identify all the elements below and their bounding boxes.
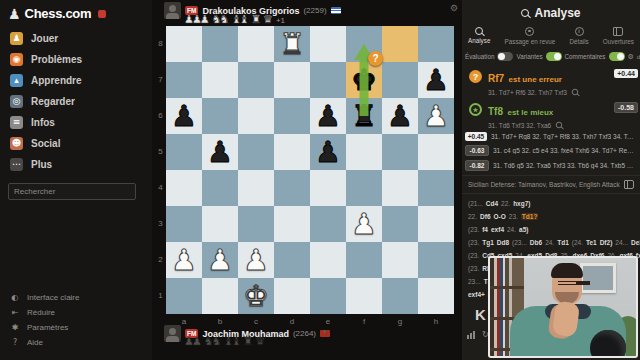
move-row: 22.Df6O-O23.Td1?	[468, 211, 634, 222]
engine-lines: +0.4531. Td7+ Rg8 32. Tg7+ Rf8 33. Txh7 …	[462, 130, 640, 173]
move-token[interactable]: Cd4	[486, 200, 498, 207]
search-icon	[475, 27, 483, 35]
captured-piece: ♟	[200, 15, 208, 25]
apprendre-icon: ▴	[10, 74, 23, 87]
mistake-question-badge: ?	[368, 51, 383, 66]
square-b4[interactable]	[202, 170, 238, 206]
square-g4[interactable]	[382, 170, 418, 206]
sidebar-item-label: Apprendre	[31, 75, 82, 86]
logo-text: Chess.com	[25, 6, 92, 21]
mistake-line: 31. Td7+ Rf6 32. Txh7 Txf3	[488, 89, 567, 96]
captured-piece: ♜	[243, 337, 251, 347]
line-eval-badge: +0.45	[465, 132, 487, 141]
best-move: Tf8	[488, 106, 503, 117]
move-token[interactable]: Te1	[586, 239, 597, 246]
square-e8[interactable]	[310, 26, 346, 62]
white-piece-p: ♟	[418, 98, 454, 134]
captured-piece: ♝	[231, 337, 239, 347]
rank-label: 5	[156, 147, 165, 156]
sidebar-item-apprendre[interactable]: ▴Apprendre	[0, 70, 152, 91]
square-g7[interactable]	[382, 62, 418, 98]
captured-piece: ♟	[184, 337, 192, 347]
best-move-icon: ★	[469, 103, 482, 116]
sidebar: ♟ Chess.com ♟Jouer◉Problèmes▴Apprendre◎R…	[0, 0, 152, 360]
square-d4[interactable]	[274, 170, 310, 206]
best-line: 31. Td6 Txf3 32. Txa6	[488, 122, 551, 129]
footer-item-label: Interface claire	[27, 293, 79, 302]
move-token[interactable]: Tg1	[482, 239, 494, 246]
move-token[interactable]: a5)	[519, 226, 528, 233]
captured-piece: ♛	[255, 337, 263, 347]
square-a6[interactable]: ♟	[166, 98, 202, 134]
captured-piece: ♞	[212, 15, 220, 25]
bar-chart-icon[interactable]	[467, 331, 476, 339]
square-f1[interactable]	[346, 278, 382, 314]
square-f5[interactable]	[346, 134, 382, 170]
square-g5[interactable]	[382, 134, 418, 170]
move-token[interactable]: Td1?	[521, 213, 539, 220]
move-token[interactable]: 23...	[468, 278, 481, 285]
tab-analyse[interactable]: Analyse	[468, 27, 490, 45]
square-h7[interactable]: ♟	[418, 62, 454, 98]
square-a2[interactable]: ♟	[166, 242, 202, 278]
footer-item-aide[interactable]: ?Aide	[0, 335, 152, 350]
assessment-mistake[interactable]: ? Rf7 est une erreur 31. Td7+ Rf6 32. Tx…	[462, 64, 640, 97]
footer-item-reduire[interactable]: ⇤Réduire	[0, 305, 152, 320]
rank-label: 6	[156, 111, 165, 120]
file-label: h	[418, 317, 454, 326]
captured-piece: ♟	[192, 337, 200, 347]
move-row: (23.Tg1Dd8(23...Db624.Td1(24.Te1Df2)24..…	[468, 237, 634, 248]
rank-label: 3	[156, 219, 165, 228]
line-moves: 31. c4 g5 32. c5 e4 33. fxe4 Txh6 34. Td…	[493, 147, 637, 154]
move-token[interactable]: hxg7)	[513, 200, 530, 207]
captured-piece: ♟	[192, 15, 200, 25]
square-b5[interactable]: ♟	[202, 134, 238, 170]
captured-piece: ♟	[184, 15, 192, 25]
move-token[interactable]: (21...	[468, 200, 483, 207]
engine-line[interactable]: -0.8231. Td6 g5 32. Txa6 Txf3 33. Tb6 g4…	[462, 158, 640, 173]
captured-piece: ♜	[251, 15, 259, 25]
move-token[interactable]: (23.	[468, 239, 479, 246]
reduire-icon: ⇤	[10, 308, 20, 317]
mistake-move: Rf7	[488, 73, 504, 84]
sidebar-item-problemes[interactable]: ◉Problèmes	[0, 49, 152, 70]
evaluation-toggle[interactable]	[497, 52, 513, 61]
square-b3[interactable]	[202, 206, 238, 242]
greece-flag-icon	[331, 7, 341, 14]
black-piece-p: ♟	[166, 98, 202, 134]
move-token[interactable]: exf4+	[468, 291, 485, 298]
white-piece-p: ♟	[238, 242, 274, 278]
black-piece-p: ♟	[202, 134, 238, 170]
captured-piece: ♝	[224, 337, 232, 347]
mistake-eval-badge: +0.44	[614, 69, 638, 78]
plus-icon: ⋯	[10, 158, 23, 171]
opening-name: Sicilian Defense: Taimanov, Bastrikov, E…	[468, 181, 620, 188]
move-token[interactable]: (23.	[468, 265, 479, 272]
sidebar-nav: ♟Jouer◉Problèmes▴Apprendre◎Regarder≡Info…	[0, 28, 152, 175]
search-input[interactable]	[8, 183, 136, 200]
player-rating: (2259)	[303, 6, 326, 15]
square-h3[interactable]	[418, 206, 454, 242]
notification-badge	[98, 10, 106, 18]
toggle-label-commentaires: Commentaires	[565, 53, 606, 60]
square-f2[interactable]	[346, 242, 382, 278]
picture-frame	[580, 263, 616, 293]
jouer-icon: ♟	[10, 32, 23, 45]
square-h1[interactable]	[418, 278, 454, 314]
move-token[interactable]: (24.	[572, 239, 583, 246]
sidebar-item-jouer[interactable]: ♟Jouer	[0, 28, 152, 49]
square-a5[interactable]	[166, 134, 202, 170]
black-piece-p: ♟	[382, 98, 418, 134]
square-e6[interactable]: ♟	[310, 98, 346, 134]
captured-pieces-bottom: ♟♟♞♞♝♝♜♛	[184, 337, 263, 347]
square-f4[interactable]	[346, 170, 382, 206]
square-a7[interactable]	[166, 62, 202, 98]
chessboard: ♜♚♟♟♟♜♟♟♟♟♟♟♟♟♚ 87654321 abcdefgh ?	[166, 26, 454, 314]
avatar	[164, 2, 181, 19]
line-moves: 31. Td6 g5 32. Txa6 Txf3 33. Tb6 g4 34. …	[493, 162, 637, 169]
morocco-flag-icon	[320, 330, 330, 337]
magnifier-icon[interactable]	[572, 89, 578, 95]
move-token[interactable]: (23...	[512, 239, 527, 246]
chesscom-logo[interactable]: ♟ Chess.com	[0, 0, 152, 28]
move-token[interactable]: exf4	[491, 226, 504, 233]
move-token[interactable]: 24...	[615, 239, 628, 246]
book-icon	[613, 27, 623, 36]
sidebar-item-label: Social	[31, 138, 60, 149]
sidebar-item-label: Regarder	[31, 96, 75, 107]
social-icon: ☻	[10, 137, 23, 150]
square-e3[interactable]	[310, 206, 346, 242]
parametres-icon: ✱	[10, 323, 20, 332]
square-e2[interactable]	[310, 242, 346, 278]
white-piece-k: ♚	[238, 278, 274, 314]
square-a1[interactable]	[166, 278, 202, 314]
move-token[interactable]: 24.	[507, 226, 516, 233]
square-b6[interactable]	[202, 98, 238, 134]
tab-label: Ouvertures	[603, 38, 634, 45]
square-c8[interactable]	[238, 26, 274, 62]
target-icon	[525, 27, 534, 36]
sidebar-footer: ◐Interface claire⇤Réduire✱Paramètres?Aid…	[0, 290, 152, 350]
square-g6[interactable]: ♟	[382, 98, 418, 134]
square-h6[interactable]: ♟	[418, 98, 454, 134]
mistake-verdict: est une erreur	[509, 75, 562, 84]
player-rating: (2264)	[293, 329, 316, 338]
rank-label: 2	[156, 255, 165, 264]
square-g3[interactable]	[382, 206, 418, 242]
square-d7[interactable]	[274, 62, 310, 98]
board-settings-gear-icon[interactable]: ⚙	[450, 3, 458, 13]
captured-piece: ♞	[204, 337, 212, 347]
move-token[interactable]: 22.	[501, 200, 510, 207]
square-a4[interactable]	[166, 170, 202, 206]
square-g2[interactable]	[382, 242, 418, 278]
streamer-eyes	[558, 282, 576, 284]
square-c1[interactable]: ♚	[238, 278, 274, 314]
square-g1[interactable]	[382, 278, 418, 314]
sidebar-item-label: Infos	[31, 117, 55, 128]
line-moves: 31. Td7+ Rg8 32. Tg7+ Rf8 33. Txh7 Txf3 …	[491, 133, 637, 140]
square-c2[interactable]: ♟	[238, 242, 274, 278]
sidebar-item-regarder[interactable]: ◎Regarder	[0, 91, 152, 112]
square-d6[interactable]	[274, 98, 310, 134]
captured-piece: ♝	[231, 15, 239, 25]
tab-ouvertures[interactable]: Ouvertures	[603, 27, 634, 45]
sidebar-item-social[interactable]: ☻Social	[0, 133, 152, 154]
line-eval-badge: -0.63	[465, 145, 489, 156]
square-c4[interactable]	[238, 170, 274, 206]
square-a3[interactable]	[166, 206, 202, 242]
streamer-head	[552, 267, 582, 304]
white-piece-p: ♟	[346, 206, 382, 242]
file-label: g	[382, 317, 418, 326]
engine-line[interactable]: +0.4531. Td7+ Rg8 32. Tg7+ Rf8 33. Txh7 …	[462, 130, 640, 143]
square-e4[interactable]	[310, 170, 346, 206]
black-piece-p: ♟	[418, 62, 454, 98]
toggle-row: ÉvaluationVariantesCommentaires⚙depth=20…	[462, 47, 640, 64]
aide-icon: ?	[10, 338, 20, 347]
footer-item-interface-claire[interactable]: ◐Interface claire	[0, 290, 152, 305]
commentaires-toggle[interactable]	[609, 52, 625, 61]
board-grid: ♜♚♟♟♟♜♟♟♟♟♟♟♟♟♚	[166, 26, 454, 314]
square-h4[interactable]	[418, 170, 454, 206]
move-token[interactable]: f4	[482, 226, 488, 233]
square-b1[interactable]	[202, 278, 238, 314]
best-eval-badge: -0.58	[614, 102, 638, 113]
footer-item-label: Réduire	[27, 308, 55, 317]
sidebar-item-plus[interactable]: ⋯Plus	[0, 154, 152, 175]
square-a8[interactable]	[166, 26, 202, 62]
square-e5[interactable]: ♟	[310, 134, 346, 170]
board-area: FM Drakoulakos Grigorios (2259) ♟♟♟♞♞♝♝♜…	[152, 0, 462, 360]
square-f7[interactable]: ♚	[346, 62, 382, 98]
interface-claire-icon: ◐	[10, 293, 20, 302]
variantes-toggle[interactable]	[546, 52, 562, 61]
move-row: (23.f4exf424.a5)	[468, 224, 634, 235]
square-c7[interactable]	[238, 62, 274, 98]
engine-line[interactable]: -0.6331. c4 g5 32. c5 e4 33. fxe4 Txh6 3…	[462, 143, 640, 158]
engine-gear-icon[interactable]: ⚙	[628, 53, 634, 61]
move-token[interactable]: Td1	[557, 239, 569, 246]
assessment-best[interactable]: ★ Tf8 est le mieux 31. Td6 Txf3 32. Txa6…	[462, 97, 640, 130]
square-c6[interactable]	[238, 98, 274, 134]
black-piece-k: ♚	[346, 62, 382, 98]
avatar	[164, 325, 181, 342]
tab-label: Détails	[569, 38, 588, 45]
move-token[interactable]: De3+)	[631, 239, 640, 246]
square-e1[interactable]	[310, 278, 346, 314]
problemes-icon: ◉	[10, 53, 23, 66]
sidebar-item-label: Problèmes	[31, 54, 82, 65]
square-d1[interactable]	[274, 278, 310, 314]
footer-item-label: Aide	[27, 338, 43, 347]
regarder-icon: ◎	[10, 95, 23, 108]
square-h2[interactable]	[418, 242, 454, 278]
black-piece-p: ♟	[310, 134, 346, 170]
webcam-video[interactable]	[488, 256, 638, 358]
footer-item-parametres[interactable]: ✱Paramètres	[0, 320, 152, 335]
move-token[interactable]: Df2)	[600, 239, 613, 246]
book-icon	[624, 180, 634, 189]
captured-piece: ♛	[263, 15, 271, 25]
square-f6[interactable]: ♜	[346, 98, 382, 134]
white-piece-p: ♟	[202, 242, 238, 278]
move-token[interactable]: Db6	[530, 239, 542, 246]
rank-label: 7	[156, 75, 165, 84]
move-token[interactable]: Dd8	[497, 239, 509, 246]
mini-toolbar: ↻	[467, 330, 489, 339]
captured-piece: ♞	[212, 337, 220, 347]
square-b2[interactable]: ♟	[202, 242, 238, 278]
sidebar-item-infos[interactable]: ≡Infos	[0, 112, 152, 133]
square-b7[interactable]	[202, 62, 238, 98]
square-f3[interactable]: ♟	[346, 206, 382, 242]
captured-pieces-top: ♟♟♟♞♞♝♝♜♛+1	[184, 15, 285, 25]
square-d3[interactable]	[274, 206, 310, 242]
move-token[interactable]: (23.	[468, 252, 479, 259]
pawn-logo-icon: ♟	[8, 7, 21, 21]
sidebar-item-label: Plus	[31, 159, 52, 170]
k-logo-text: K	[475, 306, 486, 323]
info-icon: i	[575, 27, 584, 36]
square-h8[interactable]	[418, 26, 454, 62]
white-piece-p: ♟	[166, 242, 202, 278]
square-b8[interactable]	[202, 26, 238, 62]
captured-piece: ♞	[220, 15, 228, 25]
tab-label: Analyse	[468, 37, 490, 44]
rank-label: 4	[156, 183, 165, 192]
tab-label: Passage en revue	[505, 38, 556, 45]
black-piece-r: ♜	[346, 98, 382, 134]
captured-piece: ♝	[239, 15, 247, 25]
square-h5[interactable]	[418, 134, 454, 170]
square-c3[interactable]	[238, 206, 274, 242]
move-row: (21...Cd422.hxg7)	[468, 198, 634, 209]
sidebar-item-label: Jouer	[31, 33, 58, 44]
toggle-label-variantes: Variantes	[516, 53, 542, 60]
square-e7[interactable]	[310, 62, 346, 98]
move-token[interactable]: 24.	[545, 239, 554, 246]
search-icon	[521, 9, 529, 17]
rank-label: 8	[156, 39, 165, 48]
panel-tabs: AnalysePassage en revueiDétailsOuverture…	[462, 20, 640, 47]
move-token[interactable]: 22.	[468, 213, 477, 220]
square-c5[interactable]	[238, 134, 274, 170]
file-label: f	[346, 317, 382, 326]
microphone	[590, 330, 626, 358]
panel-title-text: Analyse	[534, 6, 580, 20]
rank-label: 1	[156, 291, 165, 300]
move-token[interactable]: Df6	[480, 213, 490, 220]
move-token[interactable]: 23.	[509, 213, 518, 220]
line-eval-badge: -0.82	[465, 160, 489, 171]
footer-item-label: Paramètres	[27, 323, 68, 332]
panel-title: Analyse	[462, 0, 640, 20]
tab-passage-en-revue[interactable]: Passage en revue	[505, 27, 556, 45]
move-token[interactable]: O-O	[494, 213, 506, 220]
square-g8[interactable]	[382, 26, 418, 62]
tab-details[interactable]: iDétails	[569, 27, 588, 45]
square-d2[interactable]	[274, 242, 310, 278]
magnifier-icon[interactable]	[556, 122, 562, 128]
toggle-label-evaluation: Évaluation	[465, 53, 494, 60]
black-piece-p: ♟	[310, 98, 346, 134]
best-verdict: est le mieux	[507, 108, 553, 117]
opening-row[interactable]: Sicilian Defense: Taimanov, Bastrikov, E…	[462, 175, 640, 194]
move-token[interactable]: (23.	[468, 226, 479, 233]
square-d8[interactable]: ♜	[274, 26, 310, 62]
mistake-icon: ?	[469, 70, 482, 83]
white-piece-r: ♜	[274, 26, 310, 62]
material-score: +1	[276, 16, 285, 25]
infos-icon: ≡	[10, 116, 23, 129]
square-d5[interactable]	[274, 134, 310, 170]
